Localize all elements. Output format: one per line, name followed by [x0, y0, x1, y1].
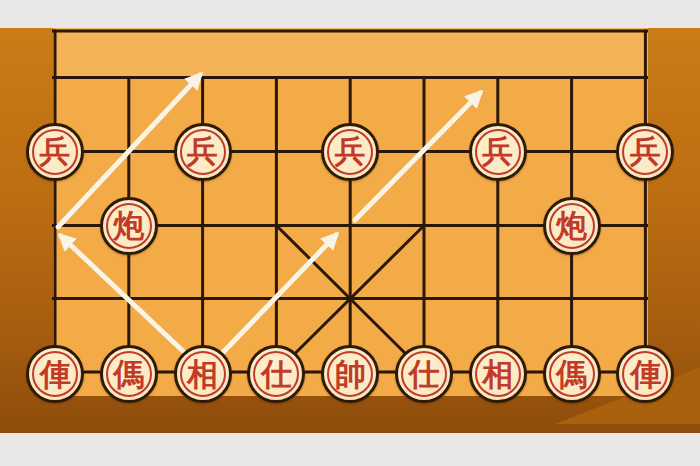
piece-general-e1[interactable]: 帥	[321, 345, 379, 403]
piece-soldier-g4[interactable]: 兵	[469, 123, 527, 181]
piece-label: 俥	[32, 351, 78, 397]
piece-soldier-e4[interactable]: 兵	[321, 123, 379, 181]
river-band	[53, 28, 648, 78]
piece-horse-h1[interactable]: 傌	[543, 345, 601, 403]
piece-label: 兵	[180, 129, 226, 175]
piece-label: 炮	[549, 203, 595, 249]
piece-label: 帥	[327, 351, 373, 397]
piece-label: 傌	[549, 351, 595, 397]
piece-chariot-a1[interactable]: 俥	[26, 345, 84, 403]
letterbox-bottom	[0, 433, 700, 466]
piece-advisor-d1[interactable]: 仕	[247, 345, 305, 403]
piece-label: 仕	[253, 351, 299, 397]
letterbox-top	[0, 0, 700, 28]
piece-label: 傌	[106, 351, 152, 397]
piece-label: 相	[475, 351, 521, 397]
piece-cannon-h3[interactable]: 炮	[543, 197, 601, 255]
piece-chariot-i1[interactable]: 俥	[616, 345, 674, 403]
piece-label: 相	[180, 351, 226, 397]
piece-label: 仕	[401, 351, 447, 397]
piece-label: 炮	[106, 203, 152, 249]
piece-label: 兵	[32, 129, 78, 175]
piece-soldier-c4[interactable]: 兵	[174, 123, 232, 181]
piece-horse-b1[interactable]: 傌	[100, 345, 158, 403]
piece-elephant-c1[interactable]: 相	[174, 345, 232, 403]
piece-label: 兵	[622, 129, 668, 175]
piece-cannon-b3[interactable]: 炮	[100, 197, 158, 255]
piece-elephant-g1[interactable]: 相	[469, 345, 527, 403]
piece-label: 俥	[622, 351, 668, 397]
screenshot-root: 兵兵兵兵兵炮炮俥傌相仕帥仕相傌俥	[0, 0, 700, 466]
piece-label: 兵	[475, 129, 521, 175]
piece-soldier-a4[interactable]: 兵	[26, 123, 84, 181]
piece-label: 兵	[327, 129, 373, 175]
piece-soldier-i4[interactable]: 兵	[616, 123, 674, 181]
piece-advisor-f1[interactable]: 仕	[395, 345, 453, 403]
